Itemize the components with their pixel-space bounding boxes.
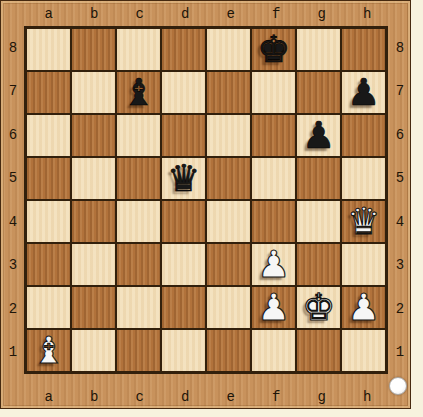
square-f8[interactable]: ♚︎ xyxy=(251,28,296,71)
square-c3[interactable] xyxy=(116,243,161,286)
rank-label-8: 8 xyxy=(3,26,23,70)
square-a2[interactable] xyxy=(26,286,71,329)
rank-label-7: 7 xyxy=(3,70,23,114)
square-h5[interactable] xyxy=(341,157,386,200)
piece-black-pawn[interactable]: ♟︎ xyxy=(347,72,380,113)
rank-label-1: 1 xyxy=(390,331,410,375)
file-label-g: g xyxy=(299,387,345,407)
rank-label-8: 8 xyxy=(390,26,410,70)
rank-label-1: 1 xyxy=(3,331,23,375)
square-h4[interactable]: ♛︎ xyxy=(341,200,386,243)
chess-board: abcdefgh abcdefgh 87654321 87654321 ♚︎♝︎… xyxy=(0,0,411,409)
file-label-e: e xyxy=(208,4,254,24)
square-e3[interactable] xyxy=(206,243,251,286)
square-g6[interactable]: ♟︎ xyxy=(296,114,341,157)
square-h2[interactable]: ♟︎ xyxy=(341,286,386,329)
piece-white-king[interactable]: ♚︎ xyxy=(302,287,335,328)
piece-black-king[interactable]: ♚︎ xyxy=(257,29,290,70)
piece-white-pawn[interactable]: ♟︎ xyxy=(347,287,380,328)
square-g8[interactable] xyxy=(296,28,341,71)
square-g1[interactable] xyxy=(296,329,341,372)
square-d7[interactable] xyxy=(161,71,206,114)
square-c1[interactable] xyxy=(116,329,161,372)
piece-black-pawn[interactable]: ♟︎ xyxy=(302,115,335,156)
file-label-d: d xyxy=(163,387,209,407)
file-label-b: b xyxy=(72,4,118,24)
square-a8[interactable] xyxy=(26,28,71,71)
piece-black-bishop[interactable]: ♝︎ xyxy=(122,72,155,113)
file-label-c: c xyxy=(117,4,163,24)
file-label-h: h xyxy=(345,4,391,24)
square-c8[interactable] xyxy=(116,28,161,71)
file-label-g: g xyxy=(299,4,345,24)
square-a3[interactable] xyxy=(26,243,71,286)
square-d5[interactable]: ♛︎ xyxy=(161,157,206,200)
square-h8[interactable] xyxy=(341,28,386,71)
file-label-h: h xyxy=(345,387,391,407)
rank-label-2: 2 xyxy=(390,287,410,331)
square-c4[interactable] xyxy=(116,200,161,243)
square-g2[interactable]: ♚︎ xyxy=(296,286,341,329)
square-h6[interactable] xyxy=(341,114,386,157)
square-b6[interactable] xyxy=(71,114,116,157)
piece-white-bishop[interactable]: ♝︎ xyxy=(32,330,65,371)
piece-white-pawn[interactable]: ♟︎ xyxy=(257,287,290,328)
piece-black-queen[interactable]: ♛︎ xyxy=(167,158,200,199)
square-f2[interactable]: ♟︎ xyxy=(251,286,296,329)
file-label-e: e xyxy=(208,387,254,407)
piece-white-queen[interactable]: ♛︎ xyxy=(347,201,380,242)
rank-label-4: 4 xyxy=(390,200,410,244)
file-label-c: c xyxy=(117,387,163,407)
square-e8[interactable] xyxy=(206,28,251,71)
piece-white-pawn[interactable]: ♟︎ xyxy=(257,244,290,285)
file-labels-top: abcdefgh xyxy=(24,4,388,24)
square-b1[interactable] xyxy=(71,329,116,372)
board-grid: ♚︎♝︎♟︎♟︎♛︎♛︎♟︎♟︎♚︎♟︎♝︎ xyxy=(24,26,388,374)
square-d6[interactable] xyxy=(161,114,206,157)
file-label-f: f xyxy=(254,387,300,407)
rank-label-5: 5 xyxy=(3,157,23,201)
square-b5[interactable] xyxy=(71,157,116,200)
square-e1[interactable] xyxy=(206,329,251,372)
square-e5[interactable] xyxy=(206,157,251,200)
square-a7[interactable] xyxy=(26,71,71,114)
square-f5[interactable] xyxy=(251,157,296,200)
square-b3[interactable] xyxy=(71,243,116,286)
square-c2[interactable] xyxy=(116,286,161,329)
file-labels-bottom: abcdefgh xyxy=(24,387,388,407)
square-b8[interactable] xyxy=(71,28,116,71)
square-c6[interactable] xyxy=(116,114,161,157)
rank-label-6: 6 xyxy=(3,113,23,157)
file-label-a: a xyxy=(26,387,72,407)
rank-label-3: 3 xyxy=(3,244,23,288)
side-to-move-indicator xyxy=(389,377,407,395)
square-g4[interactable] xyxy=(296,200,341,243)
rank-label-5: 5 xyxy=(390,157,410,201)
square-g7[interactable] xyxy=(296,71,341,114)
square-a6[interactable] xyxy=(26,114,71,157)
square-h3[interactable] xyxy=(341,243,386,286)
square-a1[interactable]: ♝︎ xyxy=(26,329,71,372)
square-d1[interactable] xyxy=(161,329,206,372)
square-f6[interactable] xyxy=(251,114,296,157)
rank-label-6: 6 xyxy=(390,113,410,157)
square-h7[interactable]: ♟︎ xyxy=(341,71,386,114)
square-b2[interactable] xyxy=(71,286,116,329)
square-f4[interactable] xyxy=(251,200,296,243)
rank-label-7: 7 xyxy=(390,70,410,114)
file-label-d: d xyxy=(163,4,209,24)
square-b4[interactable] xyxy=(71,200,116,243)
square-e6[interactable] xyxy=(206,114,251,157)
square-c7[interactable]: ♝︎ xyxy=(116,71,161,114)
square-g5[interactable] xyxy=(296,157,341,200)
square-b7[interactable] xyxy=(71,71,116,114)
square-e4[interactable] xyxy=(206,200,251,243)
rank-label-4: 4 xyxy=(3,200,23,244)
square-c5[interactable] xyxy=(116,157,161,200)
square-h1[interactable] xyxy=(341,329,386,372)
square-g3[interactable] xyxy=(296,243,341,286)
square-f7[interactable] xyxy=(251,71,296,114)
rank-label-3: 3 xyxy=(390,244,410,288)
square-d8[interactable] xyxy=(161,28,206,71)
square-e2[interactable] xyxy=(206,286,251,329)
rank-label-2: 2 xyxy=(3,287,23,331)
square-a5[interactable] xyxy=(26,157,71,200)
square-e7[interactable] xyxy=(206,71,251,114)
file-label-b: b xyxy=(72,387,118,407)
file-label-f: f xyxy=(254,4,300,24)
rank-labels-right: 87654321 xyxy=(390,26,410,374)
square-f3[interactable]: ♟︎ xyxy=(251,243,296,286)
file-label-a: a xyxy=(26,4,72,24)
square-f1[interactable] xyxy=(251,329,296,372)
square-d2[interactable] xyxy=(161,286,206,329)
square-d4[interactable] xyxy=(161,200,206,243)
square-a4[interactable] xyxy=(26,200,71,243)
square-d3[interactable] xyxy=(161,243,206,286)
rank-labels-left: 87654321 xyxy=(3,26,23,374)
